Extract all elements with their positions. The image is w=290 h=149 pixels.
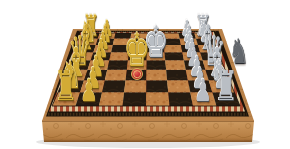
dark-knight-piece: ♞ xyxy=(224,34,254,68)
gold-pawn-piece: ♟ xyxy=(75,75,103,106)
silver-knight-piece: ♞ xyxy=(204,56,238,94)
gold-pawn-piece: ♟ xyxy=(90,36,112,61)
silver-bishop-piece: ♝ xyxy=(192,20,222,54)
silver-rook-piece: ♜ xyxy=(190,12,216,41)
gold-pawn-piece: ♟ xyxy=(87,44,110,70)
silver-pawn-piece: ♟ xyxy=(181,36,203,61)
silver-king-piece: ♚ xyxy=(137,20,176,63)
silver-pawn-piece: ♟ xyxy=(184,53,209,81)
silver-pawn-piece: ♟ xyxy=(177,18,197,40)
silver-knight-piece: ♞ xyxy=(192,17,219,47)
gold-pawn-piece: ♟ xyxy=(93,29,115,53)
gold-rook-piece: ♜ xyxy=(48,66,85,107)
silver-pawn-piece: ♟ xyxy=(178,23,199,46)
gold-rook-piece: ♜ xyxy=(78,12,104,41)
gold-pawn-piece: ♟ xyxy=(80,63,106,92)
gold-pawn-piece: ♟ xyxy=(83,53,108,81)
pieces-layer: ♜♞♝♛♝♞♜♟♟♟♟♟♟♟♟♚♚♟♟♟♟♟♟♟♟♜♞♝♛♝♞♜♞ xyxy=(0,0,290,149)
silver-queen-piece: ♛ xyxy=(195,31,232,72)
silver-bishop-piece: ♝ xyxy=(199,42,235,82)
chess-set-photo: ♜♞♝♛♝♞♜♟♟♟♟♟♟♟♟♚♚♟♟♟♟♟♟♟♟♜♞♝♛♝♞♜♞ xyxy=(0,0,290,149)
silver-pawn-piece: ♟ xyxy=(189,75,217,106)
silver-rook-piece: ♜ xyxy=(207,66,244,107)
silver-pawn-piece: ♟ xyxy=(180,29,202,53)
gold-pawn-piece: ♟ xyxy=(95,23,116,46)
gold-bishop-piece: ♝ xyxy=(71,20,101,54)
silver-pawn-piece: ♟ xyxy=(183,44,206,70)
gold-bishop-piece: ♝ xyxy=(58,42,94,82)
gold-king-piece: ♚ xyxy=(116,27,157,73)
gold-pawn-piece: ♟ xyxy=(97,18,117,40)
gold-queen-piece: ♛ xyxy=(61,31,98,72)
gold-knight-piece: ♞ xyxy=(75,17,102,47)
maker-medallion-token xyxy=(131,68,143,80)
silver-pawn-piece: ♟ xyxy=(187,63,213,92)
gold-knight-piece: ♞ xyxy=(54,56,88,94)
